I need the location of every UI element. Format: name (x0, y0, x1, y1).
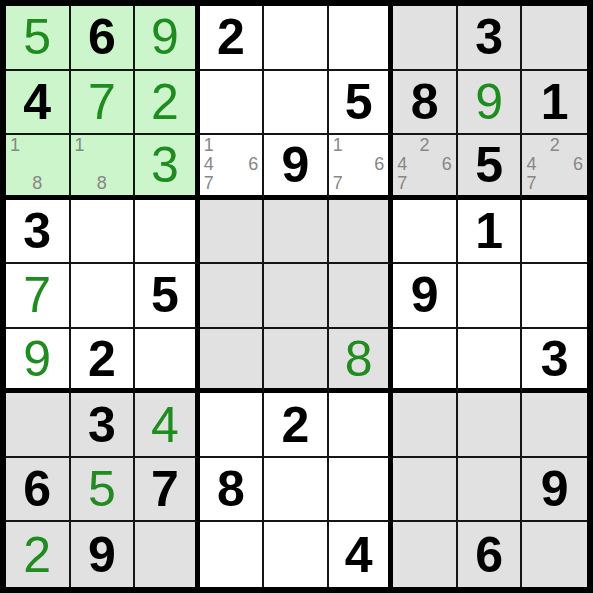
cell-r1c9[interactable] (522, 6, 587, 71)
cell-r9c7[interactable] (393, 522, 458, 587)
given-digit: 6 (88, 12, 116, 62)
cell-r6c1[interactable]: 9 (6, 329, 71, 394)
cell-r1c6[interactable] (329, 6, 394, 71)
cell-r5c1[interactable]: 7 (6, 264, 71, 329)
cell-r8c2[interactable]: 5 (71, 458, 136, 523)
given-digit: 9 (282, 140, 310, 190)
pencil-marks: 2467 (397, 136, 452, 192)
entry-digit: 4 (151, 400, 179, 450)
entry-digit: 9 (23, 334, 51, 384)
cell-r1c1[interactable]: 5 (6, 6, 71, 71)
pencil-mark-6: 6 (240, 155, 258, 174)
cell-r7c9[interactable] (522, 393, 587, 458)
cell-r2c7[interactable]: 8 (393, 71, 458, 136)
pencil-marks: 2467 (526, 136, 583, 192)
cell-r6c7[interactable] (393, 329, 458, 394)
given-digit: 4 (23, 77, 51, 127)
cell-r9c8[interactable]: 6 (458, 522, 523, 587)
cell-r3c5[interactable]: 9 (264, 135, 329, 200)
cell-r4c9[interactable] (522, 200, 587, 265)
cell-r2c4[interactable] (200, 71, 265, 136)
given-digit: 8 (217, 464, 245, 514)
given-digit: 2 (88, 334, 116, 384)
cell-r7c4[interactable] (200, 393, 265, 458)
given-digit: 3 (88, 400, 116, 450)
cell-r4c1[interactable]: 3 (6, 200, 71, 265)
pencil-mark-8: 8 (93, 173, 111, 192)
entry-digit: 8 (345, 334, 373, 384)
cell-r8c4[interactable]: 8 (200, 458, 265, 523)
cell-r9c1[interactable]: 2 (6, 522, 71, 587)
pencil-mark-7: 7 (204, 173, 222, 192)
cell-r8c7[interactable] (393, 458, 458, 523)
given-digit: 3 (541, 334, 569, 384)
cell-r3c8[interactable]: 5 (458, 135, 523, 200)
given-digit: 4 (345, 530, 373, 580)
cell-r9c6[interactable]: 4 (329, 522, 394, 587)
cell-r5c8[interactable] (458, 264, 523, 329)
given-digit: 2 (217, 12, 245, 62)
pencil-mark-2: 2 (545, 136, 564, 155)
cell-r7c1[interactable] (6, 393, 71, 458)
cell-r7c6[interactable] (329, 393, 394, 458)
cell-r2c2[interactable]: 7 (71, 71, 136, 136)
cell-r4c6[interactable] (329, 200, 394, 265)
entry-digit: 9 (475, 77, 503, 127)
cell-r9c4[interactable] (200, 522, 265, 587)
entry-digit: 2 (23, 530, 51, 580)
cell-r1c4[interactable]: 2 (200, 6, 265, 71)
pencil-mark-1: 1 (10, 136, 28, 155)
cell-r5c4[interactable] (200, 264, 265, 329)
cell-r7c5[interactable]: 2 (264, 393, 329, 458)
pencil-mark-1: 1 (204, 136, 222, 155)
cell-r2c8[interactable]: 9 (458, 71, 523, 136)
pencil-mark-7: 7 (526, 173, 545, 192)
cell-r1c5[interactable] (264, 6, 329, 71)
cell-r7c7[interactable] (393, 393, 458, 458)
cell-r4c4[interactable] (200, 200, 265, 265)
pencil-marks: 167 (333, 136, 385, 192)
cell-r5c3[interactable]: 5 (135, 264, 200, 329)
given-digit: 5 (345, 77, 373, 127)
cell-r3c3[interactable]: 3 (135, 135, 200, 200)
cell-r8c5[interactable] (264, 458, 329, 523)
cell-r2c3[interactable]: 2 (135, 71, 200, 136)
cell-r3c2[interactable]: 18 (71, 135, 136, 200)
given-digit: 6 (475, 530, 503, 580)
cell-r1c8[interactable]: 3 (458, 6, 523, 71)
cell-r4c3[interactable] (135, 200, 200, 265)
cell-r5c2[interactable] (71, 264, 136, 329)
given-digit: 3 (23, 206, 51, 256)
pencil-mark-4: 4 (526, 155, 545, 174)
given-digit: 9 (541, 464, 569, 514)
cell-r6c5[interactable] (264, 329, 329, 394)
pencil-marks: 18 (10, 136, 65, 192)
given-digit: 2 (282, 400, 310, 450)
given-digit: 9 (88, 530, 116, 580)
cell-r5c5[interactable] (264, 264, 329, 329)
cell-r8c9[interactable]: 9 (522, 458, 587, 523)
entry-digit: 5 (88, 464, 116, 514)
cell-r1c2[interactable]: 6 (71, 6, 136, 71)
entry-digit: 2 (151, 77, 179, 127)
cell-r8c3[interactable]: 7 (135, 458, 200, 523)
cell-r8c6[interactable] (329, 458, 394, 523)
pencil-mark-4: 4 (397, 155, 415, 174)
entry-digit: 3 (151, 140, 179, 190)
entry-digit: 9 (151, 12, 179, 62)
pencil-mark-7: 7 (397, 173, 415, 192)
given-digit: 5 (151, 270, 179, 320)
given-digit: 6 (23, 464, 51, 514)
cell-r3c9[interactable]: 2467 (522, 135, 587, 200)
cell-r2c1[interactable]: 4 (6, 71, 71, 136)
cell-r9c3[interactable] (135, 522, 200, 587)
cell-r6c9[interactable]: 3 (522, 329, 587, 394)
given-digit: 1 (475, 206, 503, 256)
pencil-mark-1: 1 (333, 136, 350, 155)
cell-r9c2[interactable]: 9 (71, 522, 136, 587)
cell-r1c3[interactable]: 9 (135, 6, 200, 71)
pencil-mark-6: 6 (434, 155, 452, 174)
pencil-mark-6: 6 (564, 155, 583, 174)
cell-r6c3[interactable] (135, 329, 200, 394)
cell-r8c1[interactable]: 6 (6, 458, 71, 523)
cell-r3c4[interactable]: 1467 (200, 135, 265, 200)
given-digit: 1 (541, 77, 569, 127)
pencil-mark-7: 7 (333, 173, 350, 192)
cell-r6c6[interactable]: 8 (329, 329, 394, 394)
cell-r4c2[interactable] (71, 200, 136, 265)
cell-r8c8[interactable] (458, 458, 523, 523)
cell-r4c7[interactable] (393, 200, 458, 265)
sudoku-board: 5692347258911818314679167246752467317599… (0, 0, 593, 593)
given-digit: 3 (475, 12, 503, 62)
cell-r7c3[interactable]: 4 (135, 393, 200, 458)
cell-r3c6[interactable]: 167 (329, 135, 394, 200)
entry-digit: 5 (23, 12, 51, 62)
cell-r7c8[interactable] (458, 393, 523, 458)
given-digit: 9 (411, 270, 439, 320)
pencil-mark-2: 2 (416, 136, 434, 155)
cell-r3c7[interactable]: 2467 (393, 135, 458, 200)
cell-r6c4[interactable] (200, 329, 265, 394)
cell-r7c2[interactable]: 3 (71, 393, 136, 458)
entry-digit: 7 (88, 77, 116, 127)
pencil-marks: 1467 (204, 136, 259, 192)
pencil-mark-8: 8 (28, 173, 46, 192)
pencil-mark-1: 1 (75, 136, 93, 155)
cell-r6c2[interactable]: 2 (71, 329, 136, 394)
cell-r4c5[interactable] (264, 200, 329, 265)
cell-r9c5[interactable] (264, 522, 329, 587)
pencil-marks: 18 (75, 136, 130, 192)
cell-r5c6[interactable] (329, 264, 394, 329)
pencil-mark-4: 4 (204, 155, 222, 174)
cell-r4c8[interactable]: 1 (458, 200, 523, 265)
cell-r6c8[interactable] (458, 329, 523, 394)
cell-r2c5[interactable] (264, 71, 329, 136)
given-digit: 8 (411, 77, 439, 127)
cell-r5c7[interactable]: 9 (393, 264, 458, 329)
cell-r3c1[interactable]: 18 (6, 135, 71, 200)
cell-r1c7[interactable] (393, 6, 458, 71)
cell-r2c6[interactable]: 5 (329, 71, 394, 136)
pencil-mark-6: 6 (367, 155, 384, 174)
given-digit: 5 (475, 140, 503, 190)
given-digit: 7 (151, 464, 179, 514)
cell-r9c9[interactable] (522, 522, 587, 587)
cell-r2c9[interactable]: 1 (522, 71, 587, 136)
entry-digit: 7 (23, 270, 51, 320)
cell-r5c9[interactable] (522, 264, 587, 329)
